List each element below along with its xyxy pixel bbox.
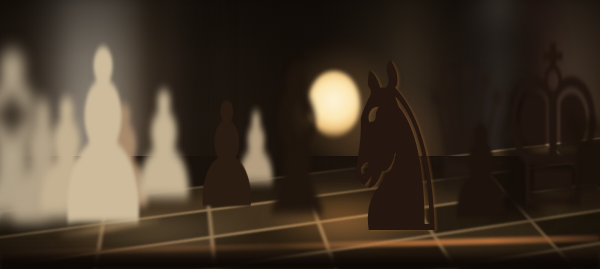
black-rook-edge: ♜ bbox=[554, 112, 600, 219]
white-pawn-large: ♟ bbox=[49, 34, 157, 245]
black-knight-focus: ♞ bbox=[332, 47, 457, 252]
black-pawn-left: ♟ bbox=[191, 92, 264, 220]
foreground-blur bbox=[0, 258, 600, 269]
chessboard-photo: ♝♟♟♟♟♟♟♟♝♞♛♟♝♚♜ bbox=[0, 0, 600, 269]
